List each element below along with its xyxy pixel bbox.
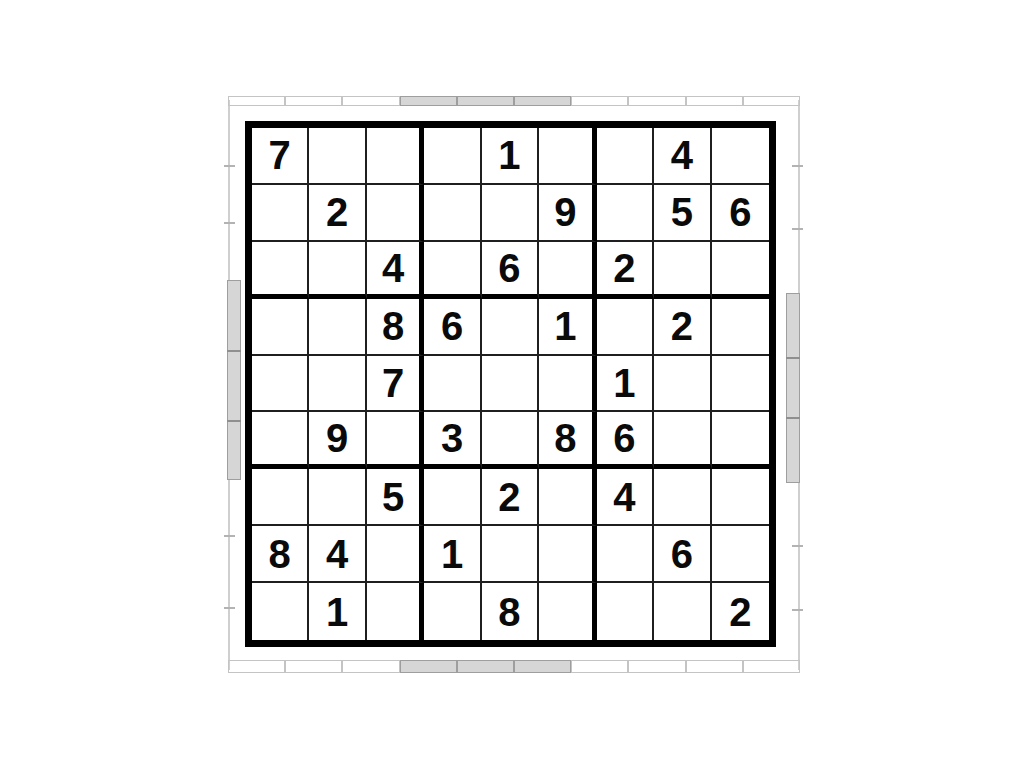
- cell-r6c1[interactable]: [252, 412, 309, 469]
- cell-r5c1[interactable]: [252, 356, 309, 413]
- frame-tick-bottom: [628, 660, 685, 673]
- given-digit: 5: [671, 192, 693, 232]
- cell-r5c4[interactable]: [424, 356, 481, 413]
- frame-tick-bottom: [743, 660, 800, 673]
- cell-r9c1[interactable]: [252, 583, 309, 640]
- frame-tick-top: [342, 96, 399, 106]
- given-digit: 2: [326, 192, 348, 232]
- frame-shading-left: [227, 280, 241, 480]
- cell-r4c9[interactable]: [712, 299, 769, 356]
- cell-r7c8[interactable]: [654, 469, 711, 526]
- cell-r3c6[interactable]: [539, 242, 596, 299]
- given-digit: 9: [554, 192, 576, 232]
- frame-tick-left: [224, 222, 235, 224]
- given-digit: 6: [498, 248, 520, 288]
- cell-r2c6[interactable]: 9: [539, 185, 596, 242]
- cell-r9c4[interactable]: [424, 583, 481, 640]
- cell-r2c2[interactable]: 2: [309, 185, 366, 242]
- cell-r4c2[interactable]: [309, 299, 366, 356]
- cell-r9c5[interactable]: 8: [482, 583, 539, 640]
- frame-shading-bottom: [514, 660, 571, 673]
- cell-r7c3[interactable]: 5: [367, 469, 424, 526]
- frame-tick-top: [571, 96, 628, 106]
- cell-r6c3[interactable]: [367, 412, 424, 469]
- cell-r1c3[interactable]: [367, 128, 424, 185]
- given-digit: 4: [671, 135, 693, 175]
- cell-r3c1[interactable]: [252, 242, 309, 299]
- frame-shading-top: [457, 96, 514, 106]
- frame-shading-bottom: [457, 660, 514, 673]
- cell-r2c9[interactable]: 6: [712, 185, 769, 242]
- given-digit: 6: [441, 306, 463, 346]
- cell-r4c5[interactable]: [482, 299, 539, 356]
- cell-r7c9[interactable]: [712, 469, 769, 526]
- cell-r6c9[interactable]: [712, 412, 769, 469]
- cell-r1c4[interactable]: [424, 128, 481, 185]
- cell-r6c6[interactable]: 8: [539, 412, 596, 469]
- cell-r9c8[interactable]: [654, 583, 711, 640]
- cell-r8c9[interactable]: [712, 526, 769, 583]
- frame-shading-top: [514, 96, 571, 106]
- sudoku-board: 714295646286127193865248416182: [245, 121, 776, 647]
- cell-r2c3[interactable]: [367, 185, 424, 242]
- given-digit: 7: [382, 363, 404, 403]
- frame-shading-bottom: [400, 660, 457, 673]
- frame-tick-right: [792, 609, 803, 611]
- cell-r1c8[interactable]: 4: [654, 128, 711, 185]
- cell-r5c2[interactable]: [309, 356, 366, 413]
- frame-tick-right: [792, 228, 803, 230]
- cell-r3c9[interactable]: [712, 242, 769, 299]
- cell-r3c8[interactable]: [654, 242, 711, 299]
- frame-tick-top: [228, 96, 285, 106]
- given-digit: 1: [554, 306, 576, 346]
- given-digit: 1: [441, 534, 463, 574]
- given-digit: 6: [729, 192, 751, 232]
- cell-r9c9[interactable]: 2: [712, 583, 769, 640]
- given-digit: 4: [326, 534, 348, 574]
- given-digit: 7: [269, 135, 291, 175]
- cell-r8c2[interactable]: 4: [309, 526, 366, 583]
- frame-tick-top: [285, 96, 342, 106]
- page: 714295646286127193865248416182: [0, 0, 1024, 768]
- cell-r3c5[interactable]: 6: [482, 242, 539, 299]
- cell-r8c6[interactable]: [539, 526, 596, 583]
- cell-r3c4[interactable]: [424, 242, 481, 299]
- frame-tick-right: [792, 545, 803, 547]
- cell-r5c9[interactable]: [712, 356, 769, 413]
- given-digit: 2: [613, 248, 635, 288]
- cell-r4c1[interactable]: [252, 299, 309, 356]
- frame-tick-left: [227, 420, 241, 422]
- given-digit: 2: [498, 477, 520, 517]
- cell-r2c4[interactable]: [424, 185, 481, 242]
- given-digit: 1: [613, 363, 635, 403]
- frame-tick-top: [743, 96, 800, 106]
- cell-r6c4[interactable]: 3: [424, 412, 481, 469]
- given-digit: 8: [554, 418, 576, 458]
- frame-tick-bottom: [285, 660, 342, 673]
- cell-r7c1[interactable]: [252, 469, 309, 526]
- frame-tick-bottom: [686, 660, 743, 673]
- cell-r7c5[interactable]: 2: [482, 469, 539, 526]
- frame-tick-bottom: [571, 660, 628, 673]
- cell-r6c7[interactable]: 6: [597, 412, 654, 469]
- cell-r4c7[interactable]: [597, 299, 654, 356]
- cell-r3c7[interactable]: 2: [597, 242, 654, 299]
- frame-shading-top: [400, 96, 457, 106]
- cell-r1c2[interactable]: [309, 128, 366, 185]
- given-digit: 3: [441, 418, 463, 458]
- cell-r4c4[interactable]: 6: [424, 299, 481, 356]
- frame-tick-left: [224, 607, 235, 609]
- cell-r4c3[interactable]: 8: [367, 299, 424, 356]
- cell-r1c9[interactable]: [712, 128, 769, 185]
- given-digit: 1: [498, 135, 520, 175]
- frame-tick-bottom: [342, 660, 399, 673]
- cell-r8c8[interactable]: 6: [654, 526, 711, 583]
- given-digit: 6: [671, 534, 693, 574]
- frame-shading-right: [786, 293, 800, 483]
- cell-r5c7[interactable]: 1: [597, 356, 654, 413]
- frame-tick-right: [792, 165, 803, 167]
- cell-r2c5[interactable]: [482, 185, 539, 242]
- cell-r3c3[interactable]: 4: [367, 242, 424, 299]
- given-digit: 8: [382, 306, 404, 346]
- cell-r2c7[interactable]: [597, 185, 654, 242]
- cell-r4c6[interactable]: 1: [539, 299, 596, 356]
- cell-r8c3[interactable]: [367, 526, 424, 583]
- cell-r9c6[interactable]: [539, 583, 596, 640]
- cell-r5c6[interactable]: [539, 356, 596, 413]
- cell-r4c8[interactable]: 2: [654, 299, 711, 356]
- given-digit: 6: [613, 418, 635, 458]
- given-digit: 4: [613, 477, 635, 517]
- cell-r6c2[interactable]: 9: [309, 412, 366, 469]
- cell-r5c8[interactable]: [654, 356, 711, 413]
- frame-tick-left: [224, 535, 235, 537]
- cell-r7c7[interactable]: 4: [597, 469, 654, 526]
- frame-tick-right: [786, 357, 800, 359]
- cell-r5c5[interactable]: [482, 356, 539, 413]
- cell-r6c8[interactable]: [654, 412, 711, 469]
- cell-r6c5[interactable]: [482, 412, 539, 469]
- given-digit: 9: [326, 418, 348, 458]
- given-digit: 1: [326, 592, 348, 632]
- given-digit: 8: [498, 592, 520, 632]
- frame-tick-left: [227, 350, 241, 352]
- given-digit: 2: [671, 306, 693, 346]
- cell-r1c6[interactable]: [539, 128, 596, 185]
- cell-r2c1[interactable]: [252, 185, 309, 242]
- cell-r8c4[interactable]: 1: [424, 526, 481, 583]
- cell-r9c7[interactable]: [597, 583, 654, 640]
- cell-r7c4[interactable]: [424, 469, 481, 526]
- given-digit: 2: [729, 592, 751, 632]
- cell-r3c2[interactable]: [309, 242, 366, 299]
- cell-r7c6[interactable]: [539, 469, 596, 526]
- frame-tick-top: [686, 96, 743, 106]
- cell-r8c7[interactable]: [597, 526, 654, 583]
- given-digit: 5: [382, 477, 404, 517]
- cell-r8c1[interactable]: 8: [252, 526, 309, 583]
- cell-r1c1[interactable]: 7: [252, 128, 309, 185]
- cell-r8c5[interactable]: [482, 526, 539, 583]
- given-digit: 4: [382, 248, 404, 288]
- frame-tick-top: [628, 96, 685, 106]
- cell-r1c7[interactable]: [597, 128, 654, 185]
- cell-r2c8[interactable]: 5: [654, 185, 711, 242]
- given-digit: 8: [269, 534, 291, 574]
- cell-r1c5[interactable]: 1: [482, 128, 539, 185]
- cell-r5c3[interactable]: 7: [367, 356, 424, 413]
- cell-r9c2[interactable]: 1: [309, 583, 366, 640]
- frame-tick-bottom: [228, 660, 285, 673]
- frame-tick-left: [224, 165, 235, 167]
- cell-r9c3[interactable]: [367, 583, 424, 640]
- cell-r7c2[interactable]: [309, 469, 366, 526]
- frame-tick-right: [786, 417, 800, 419]
